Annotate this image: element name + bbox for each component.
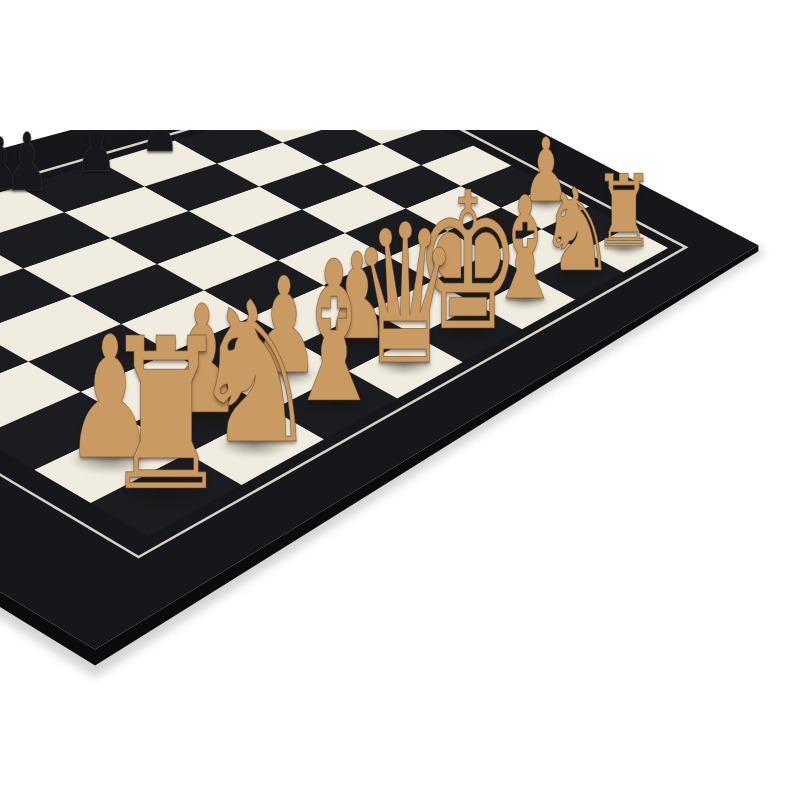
piece-white-rook-a1: ♜ <box>101 311 229 521</box>
chess-product-photo: ♜♞♝♛♚♝♞♜♟♟♟♟♟♟♟♟♟ <box>0 0 800 800</box>
piece-black-pawn-cropped-4: ♟ <box>0 128 20 200</box>
photo-top-crop <box>0 0 800 130</box>
